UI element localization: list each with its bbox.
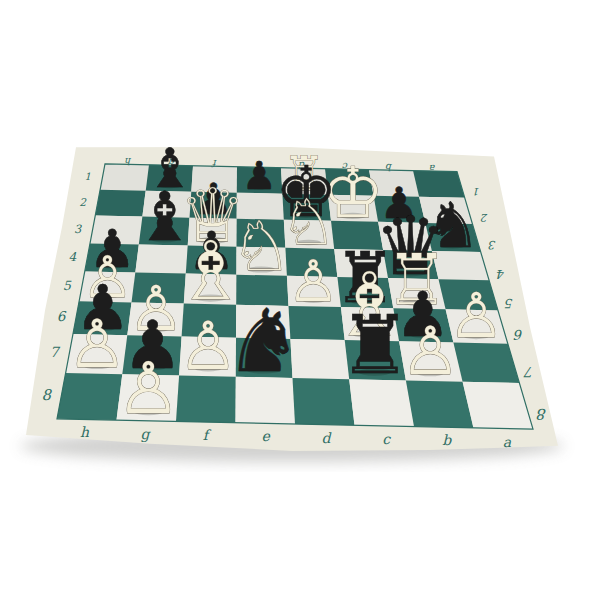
- file-label-bottom-b: b: [442, 432, 452, 448]
- rank-label-right-6: 6: [513, 327, 523, 343]
- piece-white-pawn-g8: ♙: [117, 347, 181, 430]
- rank-label-left-1: 1: [84, 171, 90, 182]
- file-label-top-a: a: [429, 163, 435, 174]
- file-label-top-h: h: [124, 156, 131, 167]
- rank-label-right-4: 4: [497, 267, 505, 281]
- file-label-bottom-c: c: [382, 431, 391, 447]
- rank-label-left-5: 5: [63, 278, 72, 293]
- chessboard-product-photo: hgfedcbahgfedcba1234567812345678♖♟♝♟♔♚♟♞…: [0, 0, 600, 600]
- rank-label-right-2: 2: [480, 211, 488, 224]
- rank-label-right-5: 5: [505, 296, 514, 311]
- rank-label-left-2: 2: [79, 196, 87, 209]
- piece-white-pawn-f7: ♙: [178, 307, 238, 385]
- rank-label-left-8: 8: [42, 386, 53, 404]
- board-photo-svg: hgfedcbahgfedcba1234567812345678♖♟♝♟♔♚♟♞…: [0, 0, 600, 600]
- rank-label-left-6: 6: [57, 308, 67, 324]
- rank-label-left-4: 4: [69, 250, 77, 264]
- file-label-bottom-e: e: [261, 428, 270, 444]
- file-label-top-b: b: [385, 162, 392, 173]
- piece-black-rook-c7: ♜: [338, 298, 411, 392]
- file-label-bottom-a: a: [503, 434, 512, 450]
- piece-black-pawn-e1: ♟: [242, 153, 277, 198]
- rank-label-left-3: 3: [74, 222, 82, 236]
- rank-label-right-3: 3: [488, 238, 496, 252]
- rank-label-right-8: 8: [536, 405, 547, 423]
- file-label-bottom-h: h: [80, 424, 90, 440]
